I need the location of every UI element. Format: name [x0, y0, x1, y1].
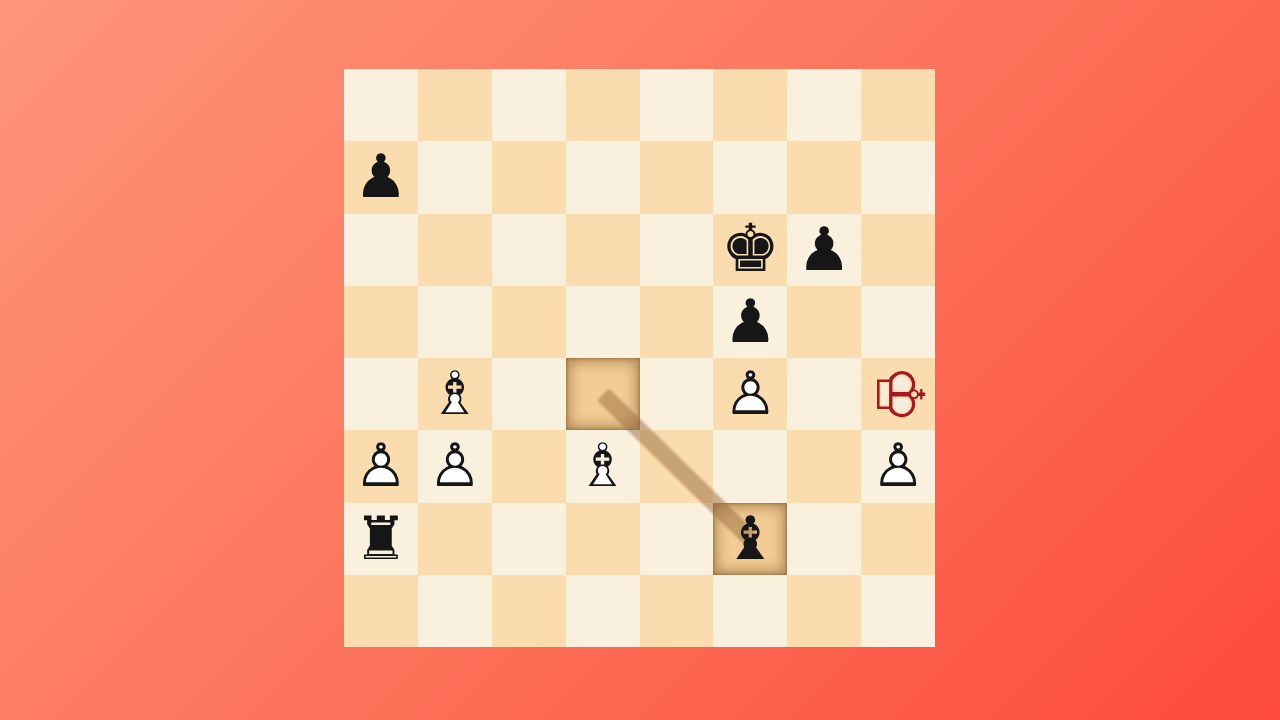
square-h7[interactable] — [861, 141, 935, 213]
piece-wB-b4[interactable]: ♝♗ — [418, 358, 492, 430]
piece-bP-g6[interactable]: ♟ — [787, 214, 861, 286]
piece-glyph-outline: ♙ — [723, 363, 777, 423]
square-c4[interactable] — [492, 358, 566, 430]
square-e1[interactable] — [640, 575, 714, 647]
square-g6[interactable]: ♟ — [787, 214, 861, 286]
square-h3[interactable]: ♟♙ — [861, 430, 935, 502]
square-b1[interactable] — [418, 575, 492, 647]
square-b4[interactable]: ♝♗ — [418, 358, 492, 430]
square-c6[interactable] — [492, 214, 566, 286]
square-g4[interactable] — [787, 358, 861, 430]
square-f3[interactable] — [713, 430, 787, 502]
piece-glyph-outline: ♗ — [428, 363, 482, 423]
piece-glyph-outline: ♙ — [871, 435, 925, 495]
square-c7[interactable] — [492, 141, 566, 213]
square-f6[interactable]: ♚ — [713, 214, 787, 286]
square-c1[interactable] — [492, 575, 566, 647]
square-h5[interactable] — [861, 286, 935, 358]
square-d2[interactable] — [566, 503, 640, 575]
piece-bP-a7[interactable]: ♟ — [344, 141, 418, 213]
piece-glyph: ♟ — [723, 291, 777, 351]
square-a3[interactable]: ♟♙ — [344, 430, 418, 502]
piece-wP-a3[interactable]: ♟♙ — [344, 430, 418, 502]
square-d3[interactable]: ♝♗ — [566, 430, 640, 502]
square-f5[interactable]: ♟ — [713, 286, 787, 358]
square-d1[interactable] — [566, 575, 640, 647]
square-b7[interactable] — [418, 141, 492, 213]
square-d8[interactable] — [566, 69, 640, 141]
piece-glyph-outline: ♙ — [428, 435, 482, 495]
square-d6[interactable] — [566, 214, 640, 286]
square-d5[interactable] — [566, 286, 640, 358]
piece-wP-f4[interactable]: ♟♙ — [713, 358, 787, 430]
square-c2[interactable] — [492, 503, 566, 575]
square-g1[interactable] — [787, 575, 861, 647]
square-b2[interactable] — [418, 503, 492, 575]
square-b8[interactable] — [418, 69, 492, 141]
square-b5[interactable] — [418, 286, 492, 358]
square-e6[interactable] — [640, 214, 714, 286]
square-a5[interactable] — [344, 286, 418, 358]
square-d7[interactable] — [566, 141, 640, 213]
square-f4[interactable]: ♟♙ — [713, 358, 787, 430]
piece-bB-f2[interactable]: ♝ — [713, 503, 787, 575]
square-f8[interactable] — [713, 69, 787, 141]
piece-wP-b3[interactable]: ♟♙ — [418, 430, 492, 502]
square-e2[interactable] — [640, 503, 714, 575]
square-f1[interactable] — [713, 575, 787, 647]
square-h4[interactable]: ♚♔ — [861, 358, 935, 430]
square-b3[interactable]: ♟♙ — [418, 430, 492, 502]
square-h6[interactable] — [861, 214, 935, 286]
square-b6[interactable] — [418, 214, 492, 286]
square-a1[interactable] — [344, 575, 418, 647]
piece-glyph: ♚ — [721, 215, 780, 281]
piece-bP-f5[interactable]: ♟ — [713, 286, 787, 358]
square-g2[interactable] — [787, 503, 861, 575]
square-h2[interactable] — [861, 503, 935, 575]
square-e5[interactable] — [640, 286, 714, 358]
square-g3[interactable] — [787, 430, 861, 502]
square-f7[interactable] — [713, 141, 787, 213]
square-e7[interactable] — [640, 141, 714, 213]
square-c8[interactable] — [492, 69, 566, 141]
square-c5[interactable] — [492, 286, 566, 358]
square-g7[interactable] — [787, 141, 861, 213]
piece-glyph: ♟ — [797, 218, 851, 278]
square-a2[interactable]: ♜ — [344, 503, 418, 575]
piece-glyph: ♜ — [354, 507, 408, 567]
piece-glyph: ♟ — [354, 146, 408, 206]
piece-glyph: ♝ — [723, 507, 777, 567]
piece-glyph-outline: ♙ — [354, 435, 408, 495]
square-h8[interactable] — [861, 69, 935, 141]
square-e8[interactable] — [640, 69, 714, 141]
square-a8[interactable] — [344, 69, 418, 141]
piece-wB-d3[interactable]: ♝♗ — [566, 430, 640, 502]
square-c3[interactable] — [492, 430, 566, 502]
piece-glyph-outline: ♔ — [866, 365, 932, 424]
piece-wK-h4[interactable]: ♚♔ — [862, 357, 934, 431]
square-g5[interactable] — [787, 286, 861, 358]
piece-wP-h3[interactable]: ♟♙ — [861, 430, 935, 502]
page-background: ♟♚♟♟♝♗♟♙♚♔♟♙♟♙♝♗♟♙♜♝ — [0, 0, 1280, 720]
square-g8[interactable] — [787, 69, 861, 141]
square-a7[interactable]: ♟ — [344, 141, 418, 213]
square-a4[interactable] — [344, 358, 418, 430]
square-a6[interactable] — [344, 214, 418, 286]
piece-glyph-outline: ♗ — [576, 435, 630, 495]
piece-bK-f6[interactable]: ♚ — [713, 214, 787, 286]
square-h1[interactable] — [861, 575, 935, 647]
chess-board: ♟♚♟♟♝♗♟♙♚♔♟♙♟♙♝♗♟♙♜♝ — [344, 69, 935, 647]
square-e4[interactable] — [640, 358, 714, 430]
piece-bR-a2[interactable]: ♜ — [344, 503, 418, 575]
square-f2[interactable]: ♝ — [713, 503, 787, 575]
